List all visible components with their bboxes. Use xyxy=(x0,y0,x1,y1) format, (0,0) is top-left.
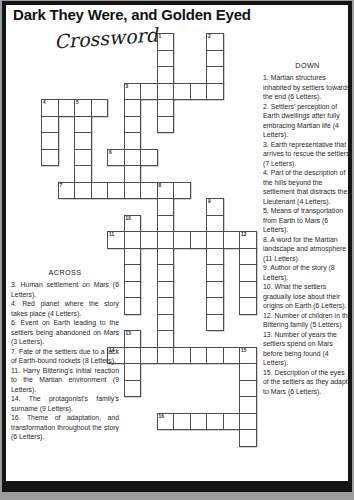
across-clue-4: 4. Red planet where the story takes plac… xyxy=(11,299,119,318)
cell-r4c0[interactable]: 4 xyxy=(41,99,59,117)
cell-r11c10[interactable] xyxy=(206,215,224,233)
clue-number-3: 3 xyxy=(126,84,129,89)
across-clues-panel: ACROSS 3. Human settlement on Mars (6 Le… xyxy=(11,268,119,442)
cell-r1c10[interactable] xyxy=(206,50,224,68)
cell-r3c8[interactable] xyxy=(173,83,191,101)
down-clue-10: 10. What the settlers gradually lose abo… xyxy=(263,282,352,311)
cell-r11c7[interactable] xyxy=(157,215,175,233)
cell-r4c1[interactable] xyxy=(58,99,76,117)
cell-r9c5[interactable] xyxy=(124,182,142,200)
cell-r13c7[interactable] xyxy=(157,248,175,266)
cell-r7c0[interactable] xyxy=(41,149,59,167)
cell-r4c7[interactable] xyxy=(157,99,175,117)
cell-r5c0[interactable] xyxy=(41,116,59,134)
cell-r8c5[interactable] xyxy=(124,165,142,183)
cell-r15c12[interactable] xyxy=(239,281,257,299)
cell-r23c12[interactable] xyxy=(239,413,257,431)
cell-r0c10[interactable]: 2 xyxy=(206,33,224,51)
cell-r12c8[interactable] xyxy=(173,231,191,249)
clue-number-13: 13 xyxy=(126,331,131,336)
clue-number-8: 8 xyxy=(159,183,162,188)
cell-r15c7[interactable] xyxy=(157,281,175,299)
cell-r23c9[interactable] xyxy=(190,413,208,431)
cell-r9c1[interactable]: 7 xyxy=(58,182,76,200)
cell-r3c6[interactable] xyxy=(140,83,158,101)
cell-r0c7[interactable]: 1 xyxy=(157,33,175,51)
across-clue-16: 16. Theme of adaptation, and transformat… xyxy=(11,413,119,442)
cell-r12c11[interactable] xyxy=(223,231,241,249)
cell-r7c4[interactable]: 6 xyxy=(107,149,125,167)
cell-r14c7[interactable] xyxy=(157,264,175,282)
down-clue-8: 8. A word for the Martian landscape and … xyxy=(263,235,352,264)
cell-r12c9[interactable] xyxy=(190,231,208,249)
clue-number-6: 6 xyxy=(109,150,112,155)
cell-r23c10[interactable] xyxy=(206,413,224,431)
cell-r13c12[interactable] xyxy=(239,248,257,266)
cell-r3c5[interactable]: 3 xyxy=(124,83,142,101)
cell-r14c10[interactable] xyxy=(206,264,224,282)
cell-r20c12[interactable] xyxy=(239,363,257,381)
across-clue-list: 3. Human settlement on Mars (6 Letters).… xyxy=(11,280,119,442)
cell-r21c5[interactable] xyxy=(124,380,142,398)
clue-number-2: 2 xyxy=(208,34,211,39)
down-clue-list: 1. Martian structures inhabited by settl… xyxy=(263,73,352,396)
cell-r1c7[interactable] xyxy=(157,50,175,68)
cell-r5c2[interactable] xyxy=(74,116,92,134)
cell-r17c7[interactable] xyxy=(157,314,175,332)
cell-r4c2[interactable]: 5 xyxy=(74,99,92,117)
cell-r12c10[interactable] xyxy=(206,231,224,249)
cell-r19c9[interactable] xyxy=(190,347,208,365)
cell-r20c5[interactable] xyxy=(124,363,142,381)
clue-number-1: 1 xyxy=(159,34,162,39)
cell-r16c10[interactable] xyxy=(206,297,224,315)
cell-r5c5[interactable] xyxy=(124,116,142,134)
clue-number-9: 9 xyxy=(208,199,211,204)
cell-r7c2[interactable] xyxy=(74,149,92,167)
cell-r21c12[interactable] xyxy=(239,380,257,398)
cell-r19c7[interactable] xyxy=(157,347,175,365)
cell-r9c7[interactable]: 8 xyxy=(157,182,175,200)
cell-r15c5[interactable] xyxy=(124,281,142,299)
cell-r19c5[interactable] xyxy=(124,347,142,365)
cell-r22c12[interactable] xyxy=(239,396,257,414)
down-header: DOWN xyxy=(263,61,352,70)
cell-r3c10[interactable] xyxy=(206,83,224,101)
down-clue-12: 12. Number of children in the Bittering … xyxy=(263,311,352,330)
down-clues-panel: DOWN 1. Martian structures inhabited by … xyxy=(263,61,352,396)
down-clue-4: 4. Part of the description of the hills … xyxy=(263,168,352,206)
cell-r14c5[interactable] xyxy=(124,264,142,282)
cell-r7c5[interactable] xyxy=(124,149,142,167)
cell-r6c5[interactable] xyxy=(124,132,142,150)
across-header: ACROSS xyxy=(11,268,119,277)
crossword-worksheet: { "game": "crossword", "title": "Dark Th… xyxy=(0,0,354,500)
worksheet-page: Dark They Were, and Golden Eyed Crosswor… xyxy=(2,1,352,492)
cell-r18c5[interactable]: 13 xyxy=(124,330,142,348)
cell-r12c12[interactable]: 12 xyxy=(239,231,257,249)
cell-r10c10[interactable]: 9 xyxy=(206,198,224,216)
clue-number-4: 4 xyxy=(43,100,46,105)
cell-r14c12[interactable] xyxy=(239,264,257,282)
cell-r9c4[interactable] xyxy=(107,182,125,200)
cell-r4c3[interactable] xyxy=(91,99,109,117)
down-clue-1: 1. Martian structures inhabited by settl… xyxy=(263,73,352,102)
clue-number-11: 11 xyxy=(109,232,114,237)
cell-r3c9[interactable] xyxy=(190,83,208,101)
cell-r12c7[interactable] xyxy=(157,231,175,249)
down-clue-13: 13. Number of years the settlers spend o… xyxy=(263,330,352,368)
cell-r6c2[interactable] xyxy=(74,132,92,150)
cell-r9c3[interactable] xyxy=(91,182,109,200)
down-clue-15: 15. Description of the eyes of the settl… xyxy=(263,368,352,397)
cell-r13c5[interactable] xyxy=(124,248,142,266)
across-clue-14: 14. The protagonist's family's surname (… xyxy=(11,394,119,413)
cell-r19c8[interactable] xyxy=(173,347,191,365)
across-clue-11: 11. Harry Bittering's initial reaction t… xyxy=(11,366,119,395)
cell-r16c12[interactable] xyxy=(239,297,257,315)
cell-r16c5[interactable] xyxy=(124,297,142,315)
cell-r23c11[interactable] xyxy=(223,413,241,431)
cell-r17c10[interactable] xyxy=(206,314,224,332)
clue-number-16: 16 xyxy=(159,414,164,419)
cell-r9c2[interactable] xyxy=(74,182,92,200)
across-clue-6: 6. Event on Earth leading to the settler… xyxy=(11,318,119,347)
cell-r23c7[interactable]: 16 xyxy=(157,413,175,431)
down-clue-9: 9. Author of the story (8 Letters). xyxy=(263,263,352,282)
cell-r23c8[interactable] xyxy=(173,413,191,431)
cell-r10c7[interactable] xyxy=(157,198,175,216)
cell-r15c10[interactable] xyxy=(206,281,224,299)
cell-r13c10[interactable] xyxy=(206,248,224,266)
clue-number-12: 12 xyxy=(241,232,246,237)
cell-r2c7[interactable] xyxy=(157,66,175,84)
cell-r7c6[interactable] xyxy=(140,149,158,167)
across-clue-3: 3. Human settlement on Mars (6 Letters). xyxy=(11,280,119,299)
cell-r19c11[interactable] xyxy=(223,347,241,365)
cell-r19c6[interactable] xyxy=(140,347,158,365)
cell-r12c5[interactable] xyxy=(124,231,142,249)
clue-number-5: 5 xyxy=(76,100,79,105)
across-clue-7: 7. Fate of the settlers due to a lack of… xyxy=(11,347,119,366)
down-clue-5: 5. Means of transportation from Earth to… xyxy=(263,206,352,235)
cell-r9c8[interactable] xyxy=(173,182,191,200)
cell-r19c12[interactable]: 15 xyxy=(239,347,257,365)
cell-r3c7[interactable] xyxy=(157,83,175,101)
cell-r2c10[interactable] xyxy=(206,66,224,84)
down-clue-3: 3. Earth representative that arrives to … xyxy=(263,140,352,169)
cell-r9c6[interactable] xyxy=(140,182,158,200)
cell-r12c6[interactable] xyxy=(140,231,158,249)
cell-r18c7[interactable] xyxy=(157,330,175,348)
cell-r5c7[interactable] xyxy=(157,116,175,134)
cell-r4c5[interactable] xyxy=(124,99,142,117)
cell-r8c2[interactable] xyxy=(74,165,92,183)
cell-r19c10[interactable] xyxy=(206,347,224,365)
cell-r24c12[interactable] xyxy=(239,429,257,447)
clue-number-10: 10 xyxy=(126,216,131,221)
clue-number-15: 15 xyxy=(241,348,246,353)
down-clue-2: 2. Settlers' perception of Earth dwellin… xyxy=(263,102,352,140)
cell-r12c4[interactable]: 11 xyxy=(107,231,125,249)
clue-number-7: 7 xyxy=(60,183,63,188)
cell-r16c7[interactable] xyxy=(157,297,175,315)
cell-r11c5[interactable]: 10 xyxy=(124,215,142,233)
cell-r6c0[interactable] xyxy=(41,132,59,150)
